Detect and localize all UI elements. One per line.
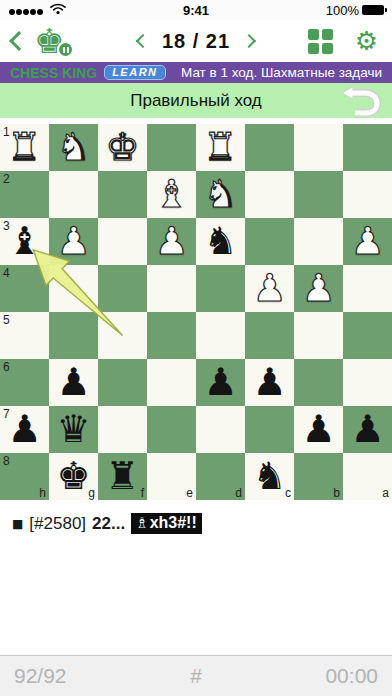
square-e1[interactable] [147, 124, 196, 171]
square-d4[interactable] [196, 265, 245, 312]
file-label: c [285, 486, 291, 500]
square-a2[interactable] [343, 171, 392, 218]
square-b1[interactable] [294, 124, 343, 171]
piece-wN: ♞ [196, 171, 245, 218]
square-a6[interactable] [343, 359, 392, 406]
learn-badge[interactable]: LEARN [104, 65, 165, 80]
cell-signal-icon [9, 3, 44, 18]
rank-label: 1 [3, 125, 10, 139]
move-annotation: ■ [#2580] 22... ♗ xh3#!! [12, 513, 392, 534]
piece-wN: ♞ [49, 124, 98, 171]
status-bar: 9:41 100% [0, 0, 392, 20]
battery-percent: 100% [326, 3, 359, 18]
puzzle-list-icon[interactable] [308, 29, 333, 54]
square-b8[interactable]: b [294, 453, 343, 500]
square-d8[interactable]: d [196, 453, 245, 500]
piece-wR: ♜ [196, 124, 245, 171]
file-label: a [382, 486, 389, 500]
square-h7[interactable]: 7♟ [0, 406, 49, 453]
piece-wP: ♟ [245, 265, 294, 312]
battery-icon [362, 5, 384, 15]
clock-time: 9:41 [183, 3, 209, 18]
square-f1[interactable]: ♚ [98, 124, 147, 171]
square-e7[interactable] [147, 406, 196, 453]
square-a8[interactable]: a [343, 453, 392, 500]
square-h3[interactable]: 3♝ [0, 218, 49, 265]
piece-wP: ♟ [49, 218, 98, 265]
square-h5[interactable]: 5 [0, 312, 49, 359]
progress-counter: 92/92 [14, 664, 67, 688]
square-a4[interactable] [343, 265, 392, 312]
square-c1[interactable] [245, 124, 294, 171]
piece-bR: ♜ [98, 453, 147, 500]
square-b2[interactable] [294, 171, 343, 218]
square-h8[interactable]: 8h [0, 453, 49, 500]
square-e5[interactable] [147, 312, 196, 359]
square-b6[interactable] [294, 359, 343, 406]
square-c5[interactable] [245, 312, 294, 359]
rank-label: 6 [3, 360, 10, 374]
square-a5[interactable] [343, 312, 392, 359]
chess-king-logo[interactable]: ♚ [34, 22, 72, 60]
square-g8[interactable]: g♚ [49, 453, 98, 500]
square-g3[interactable]: ♟ [49, 218, 98, 265]
puzzle-id: [#2580] [29, 514, 86, 534]
piece-wP: ♟ [294, 265, 343, 312]
square-c2[interactable] [245, 171, 294, 218]
move-text: xh3#!! [150, 514, 197, 532]
prev-puzzle-icon[interactable] [136, 34, 150, 48]
feedback-bar: Правильный ход [0, 83, 392, 118]
file-label: h [39, 486, 46, 500]
square-a1[interactable] [343, 124, 392, 171]
square-g5[interactable] [49, 312, 98, 359]
square-d7[interactable] [196, 406, 245, 453]
undo-icon[interactable] [338, 85, 382, 121]
square-g7[interactable]: ♛ [49, 406, 98, 453]
brand-name: CHESS KING [10, 65, 97, 81]
square-d5[interactable] [196, 312, 245, 359]
square-b4[interactable]: ♟ [294, 265, 343, 312]
square-d3[interactable]: ♞ [196, 218, 245, 265]
puzzle-counter: 18 / 21 [162, 30, 230, 53]
piece-bP: ♟ [49, 359, 98, 406]
square-h6[interactable]: 6 [0, 359, 49, 406]
square-c6[interactable]: ♟ [245, 359, 294, 406]
piece-bQ: ♛ [49, 406, 98, 453]
brand-banner: CHESS KING LEARN Мат в 1 ход. Шахматные … [0, 62, 392, 83]
square-c8[interactable]: c♞ [245, 453, 294, 500]
square-g1[interactable]: ♞ [49, 124, 98, 171]
feedback-text: Правильный ход [130, 91, 262, 111]
file-label: b [333, 486, 340, 500]
next-puzzle-icon[interactable] [242, 34, 256, 48]
square-c7[interactable] [245, 406, 294, 453]
rank-label: 5 [3, 313, 10, 327]
bottom-toolbar: 92/92 # 00:00 [0, 655, 392, 696]
piece-bP: ♟ [196, 359, 245, 406]
square-f8[interactable]: f♜ [98, 453, 147, 500]
file-label: f [141, 486, 144, 500]
piece-bN: ♞ [196, 218, 245, 265]
square-f7[interactable] [98, 406, 147, 453]
rank-label: 3 [3, 219, 10, 233]
wifi-icon [50, 3, 66, 18]
square-c3[interactable] [245, 218, 294, 265]
piece-wK: ♚ [98, 124, 147, 171]
rank-label: 4 [3, 266, 10, 280]
square-g2[interactable] [49, 171, 98, 218]
pause-badge-icon [57, 41, 74, 58]
piece-wP: ♟ [147, 218, 196, 265]
square-a3[interactable]: ♟ [343, 218, 392, 265]
rank-label: 8 [3, 454, 10, 468]
rank-label: 7 [3, 407, 10, 421]
file-label: d [235, 486, 242, 500]
chess-board: 1♜♞♚♜2♝♞3♝♟♟♞♟4♟♟56♟♟♟7♟♛♟♟8hg♚f♜edc♞ba [0, 124, 392, 500]
square-d2[interactable]: ♞ [196, 171, 245, 218]
square-h4[interactable]: 4 [0, 265, 49, 312]
piece-bP: ♟ [245, 359, 294, 406]
square-b5[interactable] [294, 312, 343, 359]
move-badge[interactable]: ♗ xh3#!! [131, 513, 202, 534]
move-number: 22... [92, 514, 125, 534]
square-f5[interactable] [98, 312, 147, 359]
square-f3[interactable] [98, 218, 147, 265]
square-b3[interactable] [294, 218, 343, 265]
square-f4[interactable] [98, 265, 147, 312]
piece-bP: ♟ [294, 406, 343, 453]
nav-bar: ♚ 18 / 21 ⚙ [0, 20, 392, 62]
square-f6[interactable] [98, 359, 147, 406]
square-d1[interactable]: ♜ [196, 124, 245, 171]
piece-bP: ♟ [343, 406, 392, 453]
square-a7[interactable]: ♟ [343, 406, 392, 453]
square-e3[interactable]: ♟ [147, 218, 196, 265]
settings-gear-icon[interactable]: ⚙ [355, 28, 378, 54]
square-g6[interactable]: ♟ [49, 359, 98, 406]
square-b7[interactable]: ♟ [294, 406, 343, 453]
file-label: g [88, 486, 95, 500]
back-chevron-icon[interactable] [9, 31, 29, 51]
black-to-move-icon: ■ [12, 517, 23, 531]
bishop-icon: ♗ [135, 514, 148, 532]
piece-wP: ♟ [343, 218, 392, 265]
square-g4[interactable] [49, 265, 98, 312]
hash-symbol: # [190, 664, 202, 688]
timer: 00:00 [325, 664, 378, 688]
square-e6[interactable] [147, 359, 196, 406]
square-e4[interactable] [147, 265, 196, 312]
file-label: e [186, 486, 193, 500]
square-f2[interactable] [98, 171, 147, 218]
square-e8[interactable]: e [147, 453, 196, 500]
square-e2[interactable]: ♝ [147, 171, 196, 218]
square-h2[interactable]: 2 [0, 171, 49, 218]
square-c4[interactable]: ♟ [245, 265, 294, 312]
course-title: Мат в 1 ход. Шахматные задачи [181, 65, 382, 80]
board-area: 1♜♞♚♜2♝♞3♝♟♟♞♟4♟♟56♟♟♟7♟♛♟♟8hg♚f♜edc♞ba [0, 124, 392, 500]
square-d6[interactable]: ♟ [196, 359, 245, 406]
square-h1[interactable]: 1♜ [0, 124, 49, 171]
rank-label: 2 [3, 172, 10, 186]
piece-wB: ♝ [147, 171, 196, 218]
